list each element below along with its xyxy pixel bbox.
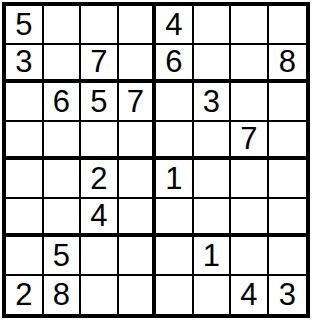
given-digit: 7 xyxy=(90,46,107,77)
cell-r5c8[interactable] xyxy=(269,160,307,199)
given-digit: 7 xyxy=(127,86,144,117)
given-digit: 3 xyxy=(203,86,220,117)
cell-r2c7[interactable] xyxy=(231,45,269,84)
given-digit: 2 xyxy=(90,163,107,194)
cell-r4c6[interactable] xyxy=(194,122,232,161)
given-digit: 3 xyxy=(279,279,296,310)
cell-r3c4[interactable]: 7 xyxy=(119,83,157,122)
cell-r8c4[interactable] xyxy=(119,276,157,315)
cell-r5c7[interactable] xyxy=(231,160,269,199)
given-digit: 1 xyxy=(203,240,220,271)
cell-r1c1[interactable]: 5 xyxy=(6,6,44,45)
cell-r3c7[interactable] xyxy=(231,83,269,122)
cell-r3c5[interactable] xyxy=(156,83,194,122)
cell-r6c8[interactable] xyxy=(269,199,307,238)
given-digit: 6 xyxy=(53,86,70,117)
cell-r8c2[interactable]: 8 xyxy=(44,276,82,315)
cell-r5c5[interactable]: 1 xyxy=(156,160,194,199)
cell-r2c3[interactable]: 7 xyxy=(81,45,119,84)
cell-r1c8[interactable] xyxy=(269,6,307,45)
cell-r5c1[interactable] xyxy=(6,160,44,199)
cell-r2c4[interactable] xyxy=(119,45,157,84)
cell-r3c6[interactable]: 3 xyxy=(194,83,232,122)
cell-r1c2[interactable] xyxy=(44,6,82,45)
cell-r6c1[interactable] xyxy=(6,199,44,238)
cell-r2c5[interactable]: 6 xyxy=(156,45,194,84)
cell-r3c1[interactable] xyxy=(6,83,44,122)
cell-r4c1[interactable] xyxy=(6,122,44,161)
given-digit: 2 xyxy=(15,279,32,310)
cell-r3c2[interactable]: 6 xyxy=(44,83,82,122)
cell-r4c7[interactable]: 7 xyxy=(231,122,269,161)
cell-r5c2[interactable] xyxy=(44,160,82,199)
cell-r7c3[interactable] xyxy=(81,237,119,276)
cell-r7c2[interactable]: 5 xyxy=(44,237,82,276)
cell-r5c4[interactable] xyxy=(119,160,157,199)
given-digit: 4 xyxy=(165,9,182,40)
cell-r6c5[interactable] xyxy=(156,199,194,238)
given-digit: 5 xyxy=(90,86,107,117)
cell-r8c6[interactable] xyxy=(194,276,232,315)
cell-r2c2[interactable] xyxy=(44,45,82,84)
given-digit: 1 xyxy=(165,163,182,194)
cell-r1c7[interactable] xyxy=(231,6,269,45)
cell-r7c4[interactable] xyxy=(119,237,157,276)
cell-r8c8[interactable]: 3 xyxy=(269,276,307,315)
cell-r2c6[interactable] xyxy=(194,45,232,84)
cell-r1c4[interactable] xyxy=(119,6,157,45)
cell-r4c3[interactable] xyxy=(81,122,119,161)
cell-r6c4[interactable] xyxy=(119,199,157,238)
cell-r1c6[interactable] xyxy=(194,6,232,45)
cell-r5c3[interactable]: 2 xyxy=(81,160,119,199)
given-digit: 5 xyxy=(53,240,70,271)
given-digit: 8 xyxy=(53,279,70,310)
given-digit: 4 xyxy=(90,200,107,231)
cell-r6c2[interactable] xyxy=(44,199,82,238)
cell-r4c5[interactable] xyxy=(156,122,194,161)
cell-r7c5[interactable] xyxy=(156,237,194,276)
cell-r4c4[interactable] xyxy=(119,122,157,161)
cell-r5c6[interactable] xyxy=(194,160,232,199)
cell-r8c7[interactable]: 4 xyxy=(231,276,269,315)
given-digit: 4 xyxy=(240,279,257,310)
given-digit: 7 xyxy=(240,123,257,154)
cell-r6c7[interactable] xyxy=(231,199,269,238)
cell-r7c8[interactable] xyxy=(269,237,307,276)
given-digit: 6 xyxy=(165,46,182,77)
cell-r2c8[interactable]: 8 xyxy=(269,45,307,84)
given-digit: 8 xyxy=(279,46,296,77)
given-digit: 3 xyxy=(15,46,32,77)
cell-r1c5[interactable]: 4 xyxy=(156,6,194,45)
cell-r7c7[interactable] xyxy=(231,237,269,276)
cell-r7c1[interactable] xyxy=(6,237,44,276)
cell-r4c2[interactable] xyxy=(44,122,82,161)
cell-r6c6[interactable] xyxy=(194,199,232,238)
cell-r8c1[interactable]: 2 xyxy=(6,276,44,315)
cell-r4c8[interactable] xyxy=(269,122,307,161)
cell-r1c3[interactable] xyxy=(81,6,119,45)
given-digit: 5 xyxy=(15,9,32,40)
cell-r3c8[interactable] xyxy=(269,83,307,122)
sudoku-board: 54376865737214512843 xyxy=(2,2,310,318)
cell-r3c3[interactable]: 5 xyxy=(81,83,119,122)
cell-r8c5[interactable] xyxy=(156,276,194,315)
cell-r7c6[interactable]: 1 xyxy=(194,237,232,276)
cell-r2c1[interactable]: 3 xyxy=(6,45,44,84)
cell-r6c3[interactable]: 4 xyxy=(81,199,119,238)
cell-r8c3[interactable] xyxy=(81,276,119,315)
